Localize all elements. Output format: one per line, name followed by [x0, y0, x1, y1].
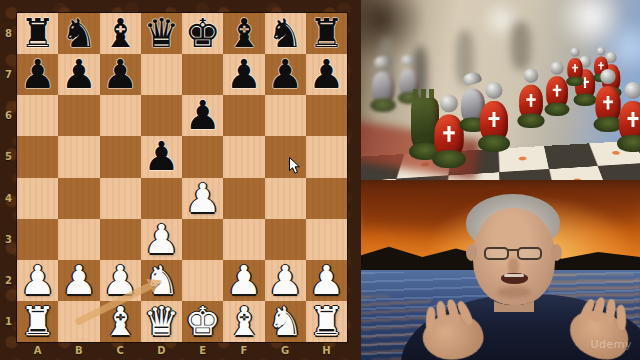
piece-white-rook[interactable]: ♜ — [20, 301, 56, 342]
presenter-ear — [466, 244, 477, 261]
square-b2[interactable]: ♟ — [58, 260, 99, 301]
square-c7[interactable]: ♟ — [100, 54, 141, 95]
piece-white-knight[interactable]: ♞ — [267, 301, 303, 342]
piece-black-pawn[interactable]: ♟ — [267, 54, 303, 95]
square-c6[interactable] — [100, 95, 141, 136]
square-e5[interactable] — [182, 136, 223, 177]
square-h2[interactable]: ♟ — [306, 260, 347, 301]
square-e7[interactable] — [182, 54, 223, 95]
video-frame: 87654321 ♜♞♝♛♚♝♞♜♟♟♟♟♟♟♟♟♟♟♟♟♟♞♟♟♟♜♝♛♚♝♞… — [0, 0, 640, 360]
rank-label-1: 1 — [0, 301, 17, 342]
glasses-lens — [517, 247, 542, 260]
presenter-teeth — [504, 274, 524, 277]
square-d3[interactable]: ♟ — [141, 219, 182, 260]
piece-white-pawn[interactable]: ♟ — [226, 260, 262, 301]
file-labels: ABCDEFGH — [17, 343, 347, 358]
square-a4[interactable] — [17, 178, 58, 219]
square-b8[interactable]: ♞ — [58, 13, 99, 54]
file-label-b: B — [58, 343, 99, 358]
file-label-f: F — [223, 343, 264, 358]
piece-black-rook[interactable]: ♜ — [308, 13, 344, 54]
square-d7[interactable] — [141, 54, 182, 95]
piece-black-pawn[interactable]: ♟ — [20, 54, 56, 95]
rank-label-3: 3 — [0, 219, 17, 260]
decor-piece-blurred — [369, 53, 396, 112]
glasses-bridge — [508, 249, 518, 251]
square-d4[interactable] — [141, 178, 182, 219]
square-b7[interactable]: ♟ — [58, 54, 99, 95]
piece-black-pawn[interactable]: ♟ — [226, 54, 262, 95]
decorative-chess-photo — [361, 0, 640, 180]
piece-white-pawn[interactable]: ♟ — [102, 260, 138, 301]
piece-black-king[interactable]: ♚ — [185, 13, 221, 54]
chin-shadow — [497, 286, 531, 298]
piece-white-pawn[interactable]: ♟ — [308, 260, 344, 301]
decor-piece-red-knight — [477, 78, 511, 152]
square-f7[interactable]: ♟ — [223, 54, 264, 95]
square-h4[interactable] — [306, 178, 347, 219]
square-c3[interactable] — [100, 219, 141, 260]
piece-white-pawn[interactable]: ♟ — [143, 219, 179, 260]
square-g8[interactable]: ♞ — [265, 13, 306, 54]
udemy-watermark: Udemy — [590, 338, 632, 351]
square-h8[interactable]: ♜ — [306, 13, 347, 54]
square-h7[interactable]: ♟ — [306, 54, 347, 95]
piece-black-knight[interactable]: ♞ — [267, 13, 303, 54]
file-label-e: E — [182, 343, 223, 358]
piece-white-bishop[interactable]: ♝ — [226, 301, 262, 342]
square-f3[interactable] — [223, 219, 264, 260]
square-f4[interactable] — [223, 178, 264, 219]
square-c1[interactable]: ♝ — [100, 301, 141, 342]
piece-white-pawn[interactable]: ♟ — [61, 260, 97, 301]
file-label-h: H — [306, 343, 347, 358]
chess-board-panel: 87654321 ♜♞♝♛♚♝♞♜♟♟♟♟♟♟♟♟♟♟♟♟♟♞♟♟♟♜♝♛♚♝♞… — [0, 0, 362, 360]
square-d5[interactable]: ♟ — [141, 136, 182, 177]
blurred-background-piece — [511, 22, 531, 70]
square-d8[interactable]: ♛ — [141, 13, 182, 54]
square-c8[interactable]: ♝ — [100, 13, 141, 54]
chess-board: ♜♞♝♛♚♝♞♜♟♟♟♟♟♟♟♟♟♟♟♟♟♞♟♟♟♜♝♛♚♝♞♜ — [17, 13, 347, 342]
square-a6[interactable] — [17, 95, 58, 136]
square-h3[interactable] — [306, 219, 347, 260]
piece-white-king[interactable]: ♚ — [185, 301, 221, 342]
square-b6[interactable] — [58, 95, 99, 136]
square-b3[interactable] — [58, 219, 99, 260]
rank-label-4: 4 — [0, 178, 17, 219]
square-e8[interactable]: ♚ — [182, 13, 223, 54]
piece-white-pawn[interactable]: ♟ — [20, 260, 56, 301]
square-g4[interactable] — [265, 178, 306, 219]
square-a8[interactable]: ♜ — [17, 13, 58, 54]
square-f1[interactable]: ♝ — [223, 301, 264, 342]
square-f6[interactable] — [223, 95, 264, 136]
piece-black-bishop[interactable]: ♝ — [226, 13, 262, 54]
rank-label-5: 5 — [0, 136, 17, 177]
square-e1[interactable]: ♚ — [182, 301, 223, 342]
piece-black-knight[interactable]: ♞ — [61, 13, 97, 54]
square-b4[interactable] — [58, 178, 99, 219]
square-h5[interactable] — [306, 136, 347, 177]
square-h1[interactable]: ♜ — [306, 301, 347, 342]
piece-black-queen[interactable]: ♛ — [143, 13, 179, 54]
piece-black-pawn[interactable]: ♟ — [102, 54, 138, 95]
square-d1[interactable]: ♛ — [141, 301, 182, 342]
square-c4[interactable] — [100, 178, 141, 219]
piece-black-rook[interactable]: ♜ — [20, 13, 56, 54]
square-a7[interactable]: ♟ — [17, 54, 58, 95]
rank-labels: 87654321 — [0, 13, 17, 342]
square-g5[interactable] — [265, 136, 306, 177]
piece-black-pawn[interactable]: ♟ — [143, 136, 179, 177]
presenter-ear — [551, 244, 562, 261]
square-e6[interactable]: ♟ — [182, 95, 223, 136]
square-a3[interactable] — [17, 219, 58, 260]
piece-white-queen[interactable]: ♛ — [143, 301, 179, 342]
square-f5[interactable] — [223, 136, 264, 177]
piece-white-pawn[interactable]: ♟ — [267, 260, 303, 301]
rank-label-8: 8 — [0, 13, 17, 54]
piece-black-pawn[interactable]: ♟ — [308, 54, 344, 95]
file-label-d: D — [141, 343, 182, 358]
square-g6[interactable] — [265, 95, 306, 136]
square-d2[interactable]: ♞ — [141, 260, 182, 301]
square-f8[interactable]: ♝ — [223, 13, 264, 54]
decor-piece-red-knight — [566, 45, 585, 86]
square-h6[interactable] — [306, 95, 347, 136]
square-b1[interactable] — [58, 301, 99, 342]
rank-label-7: 7 — [0, 54, 17, 95]
square-a5[interactable] — [17, 136, 58, 177]
decor-piece-red-knight — [616, 78, 640, 152]
glasses-lens — [484, 247, 509, 260]
square-a2[interactable]: ♟ — [17, 260, 58, 301]
square-f2[interactable]: ♟ — [223, 260, 264, 301]
square-a1[interactable]: ♜ — [17, 301, 58, 342]
square-e3[interactable] — [182, 219, 223, 260]
presenter-mouth — [501, 273, 528, 284]
file-label-g: G — [265, 343, 306, 358]
piece-white-rook[interactable]: ♜ — [308, 301, 344, 342]
rank-label-2: 2 — [0, 260, 17, 301]
square-e2[interactable] — [182, 260, 223, 301]
square-e4[interactable]: ♟ — [182, 178, 223, 219]
square-d6[interactable] — [141, 95, 182, 136]
square-c5[interactable] — [100, 136, 141, 177]
piece-white-pawn[interactable]: ♟ — [185, 178, 221, 219]
file-label-c: C — [100, 343, 141, 358]
piece-white-bishop[interactable]: ♝ — [102, 301, 138, 342]
square-g1[interactable]: ♞ — [265, 301, 306, 342]
square-g3[interactable] — [265, 219, 306, 260]
piece-black-bishop[interactable]: ♝ — [102, 13, 138, 54]
square-b5[interactable] — [58, 136, 99, 177]
square-c2[interactable]: ♟ — [100, 260, 141, 301]
rank-label-6: 6 — [0, 95, 17, 136]
piece-black-pawn[interactable]: ♟ — [61, 54, 97, 95]
decor-piece-red-knight — [517, 65, 546, 128]
file-label-a: A — [17, 343, 58, 358]
presenter-video: Udemy — [361, 180, 640, 360]
piece-white-knight[interactable]: ♞ — [143, 260, 179, 301]
square-g2[interactable]: ♟ — [265, 260, 306, 301]
square-g7[interactable]: ♟ — [265, 54, 306, 95]
piece-black-pawn[interactable]: ♟ — [185, 95, 221, 136]
